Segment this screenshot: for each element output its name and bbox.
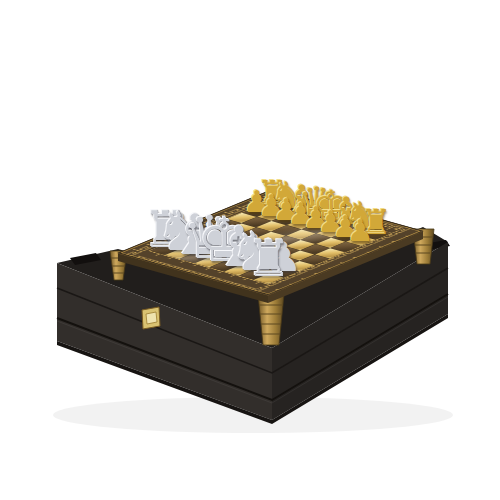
piece-silver-rook-h1[interactable]: ♜ — [246, 233, 291, 283]
brand-plaque — [142, 307, 160, 329]
chess-set-photo: ♜♞♝♛♚♝♞♜♟♟♟♟♟♟♟♟♟♟♟♟♟♟♟♟♜♞♝♛♚♝♞♜ — [0, 0, 500, 500]
piece-gold-pawn-h7[interactable]: ♟ — [347, 216, 374, 246]
